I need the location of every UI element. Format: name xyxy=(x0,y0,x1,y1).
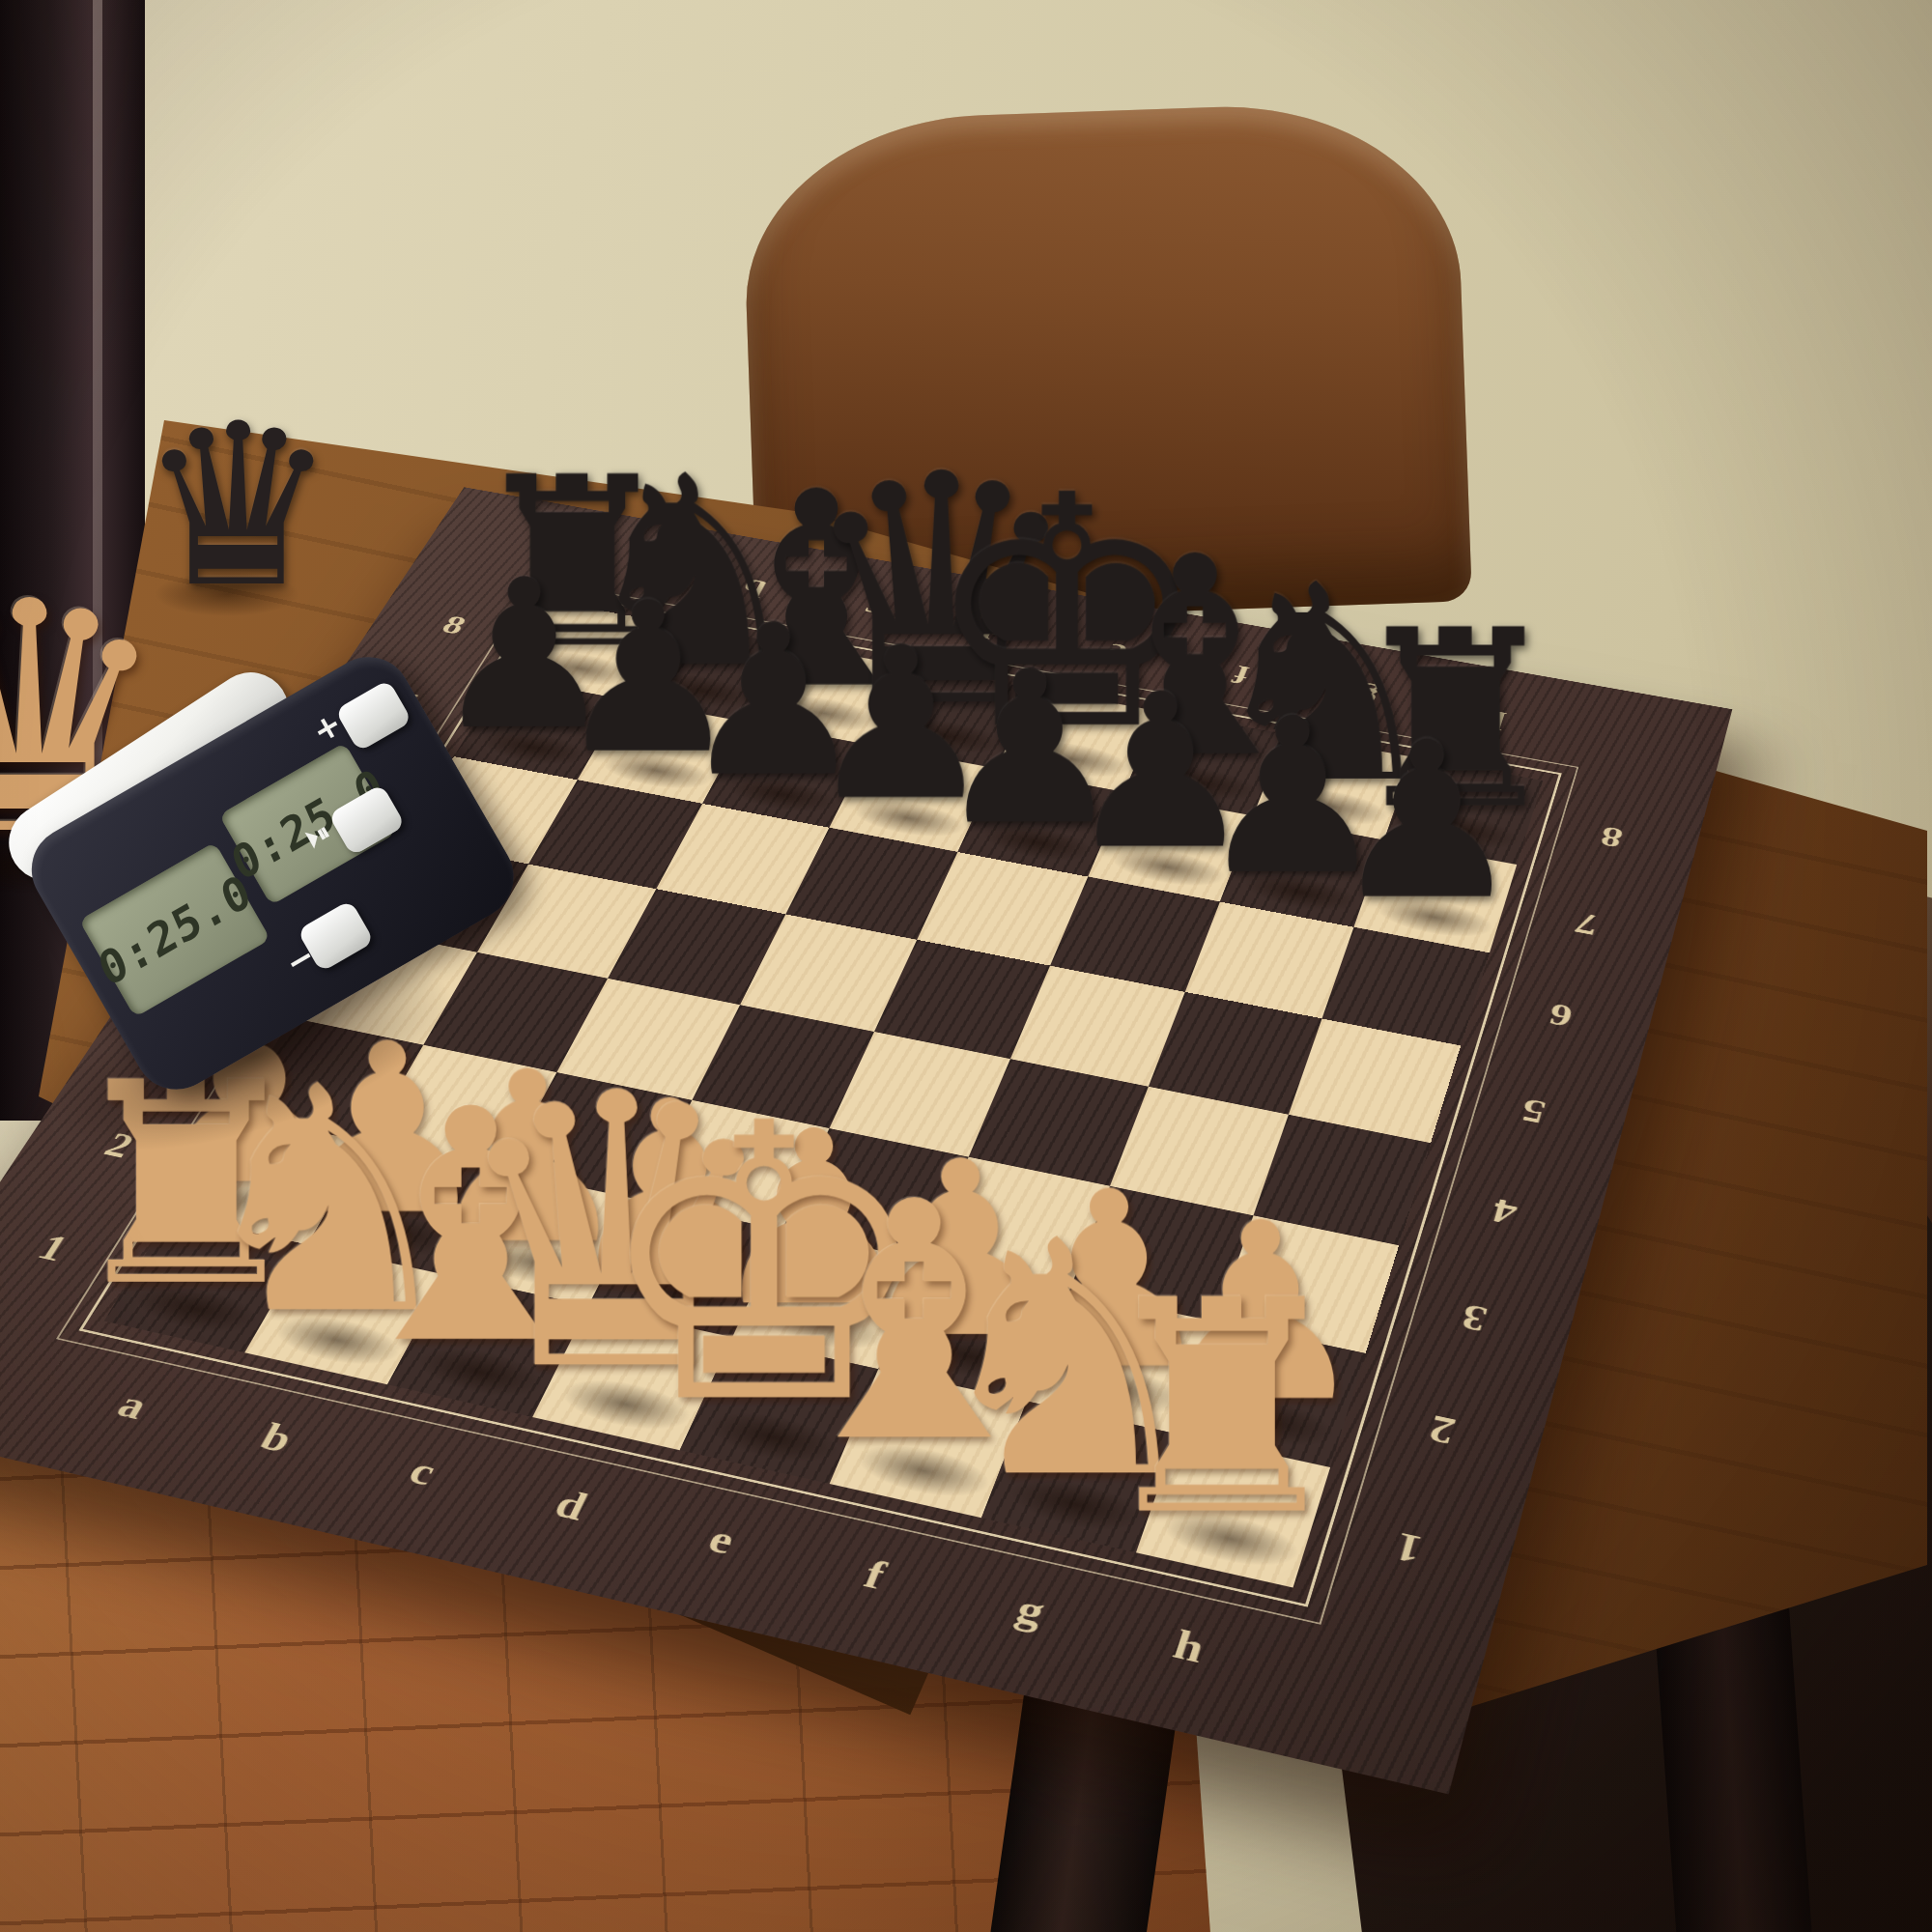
file-label-near-b: b xyxy=(191,1399,362,1479)
chess-clock: 0:25.0 0:25.0 + ⏵⏸ − xyxy=(17,694,539,1177)
file-label-near-d: d xyxy=(484,1464,657,1548)
clock-left-time: 0:25.0 xyxy=(91,863,260,996)
black-pawn-glyph: ♟ xyxy=(1267,719,1586,923)
square-h6[interactable] xyxy=(1322,927,1490,1046)
square-g5[interactable] xyxy=(1149,992,1322,1115)
file-label-near-h: h xyxy=(1100,1603,1277,1690)
file-label-near-g: g xyxy=(943,1567,1119,1654)
photo-scene: { "game": "chess", "scene": { "descripti… xyxy=(0,0,1932,1932)
clock-plus-button[interactable] xyxy=(334,679,412,752)
white-rook-glyph: ♜ xyxy=(1035,1269,1407,1548)
rank-label-right-6: 6 xyxy=(1486,982,1636,1047)
file-label-near-c: c xyxy=(336,1431,508,1512)
rank-label-right-7: 7 xyxy=(1514,893,1661,954)
clock-rotated-group: 0:25.0 0:25.0 + ⏵⏸ − xyxy=(16,641,529,1105)
clock-body: 0:25.0 0:25.0 + ⏵⏸ − xyxy=(16,641,529,1105)
file-label-near-a: a xyxy=(47,1366,217,1445)
file-label-near-e: e xyxy=(635,1498,809,1582)
file-label-near-f: f xyxy=(787,1532,962,1618)
